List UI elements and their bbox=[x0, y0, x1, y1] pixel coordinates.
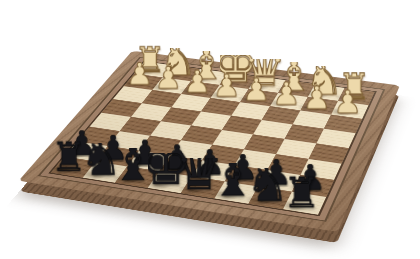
square-a3 bbox=[324, 115, 362, 134]
chess-board: ♜♞♝♚♛♝♞♜♟♟♟♟♟♟♟♟♟♟♟♟♟♟♟♟♜♞♝♚♛♝♞♜ bbox=[19, 51, 400, 232]
piece-white-pawn-b2: ♟ bbox=[301, 79, 332, 110]
piece-white-pawn-g2: ♟ bbox=[153, 60, 183, 90]
board-squares: ♜♞♝♚♛♝♞♜♟♟♟♟♟♟♟♟♟♟♟♟♟♟♟♟♜♞♝♚♛♝♞♜ bbox=[51, 62, 375, 215]
piece-white-pawn-c2: ♟ bbox=[271, 75, 302, 106]
piece-white-pawn-f2: ♟ bbox=[182, 63, 213, 94]
piece-white-pawn-a2: ♟ bbox=[332, 83, 364, 115]
product-photo: ♜♞♝♚♛♝♞♜♟♟♟♟♟♟♟♟♟♟♟♟♟♟♟♟♜♞♝♚♛♝♞♜ bbox=[0, 0, 420, 259]
piece-white-pawn-d2: ♟ bbox=[241, 71, 272, 102]
piece-white-pawn-h2: ♟ bbox=[124, 56, 154, 86]
piece-black-knight-b8: ♞ bbox=[249, 168, 285, 204]
square-f4 bbox=[161, 107, 201, 125]
piece-white-pawn-e2: ♟ bbox=[211, 67, 242, 98]
piece-black-rook-a8: ♜ bbox=[284, 173, 320, 209]
